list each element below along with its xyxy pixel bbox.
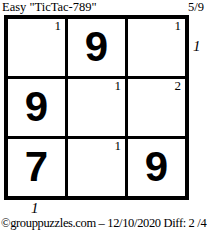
corner-clue: 1 bbox=[115, 139, 122, 153]
cell-r3c1[interactable]: 7 bbox=[8, 139, 65, 196]
corner-clue: 1 bbox=[115, 79, 122, 93]
puzzle-title: Easy "TicTac-789" bbox=[2, 0, 97, 14]
cell-value: 9 bbox=[85, 26, 108, 68]
puzzle-page: Easy "TicTac-789" 5/9 1 9 1 9 1 2 7 bbox=[0, 0, 207, 233]
corner-clue: 1 bbox=[55, 19, 62, 33]
row1-outer-marker: 1 bbox=[193, 39, 201, 54]
cell-r1c1[interactable]: 1 bbox=[8, 19, 65, 76]
cell-r1c2[interactable]: 9 bbox=[68, 19, 125, 76]
corner-clue: 1 bbox=[175, 19, 182, 33]
cell-r3c2[interactable]: 1 bbox=[68, 139, 125, 196]
cell-r2c3[interactable]: 2 bbox=[128, 79, 185, 136]
cell-value: 9 bbox=[145, 146, 168, 188]
tictac-board: 1 9 1 9 1 2 7 1 bbox=[4, 15, 189, 200]
cell-value: 7 bbox=[25, 146, 48, 188]
cell-r3c3[interactable]: 9 bbox=[128, 139, 185, 196]
cell-r2c2[interactable]: 1 bbox=[68, 79, 125, 136]
col1-outer-marker: 1 bbox=[31, 201, 39, 216]
progress-counter: 5/9 bbox=[188, 0, 204, 14]
cell-r2c1[interactable]: 9 bbox=[8, 79, 65, 136]
cell-value: 9 bbox=[25, 86, 48, 128]
corner-clue: 2 bbox=[175, 79, 182, 93]
copyright-footer: ©grouppuzzles.com – 12/10/2020 Diff: 2 /… bbox=[1, 216, 207, 231]
cell-r1c3[interactable]: 1 bbox=[128, 19, 185, 76]
